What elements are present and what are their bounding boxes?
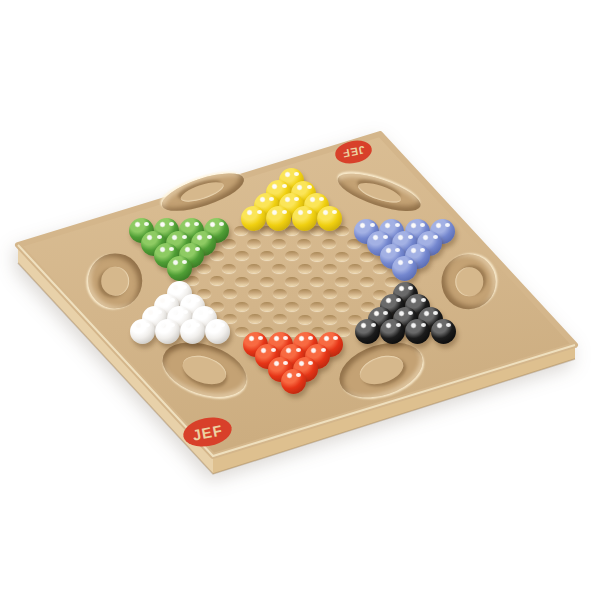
marble-highlight bbox=[408, 260, 413, 264]
marble-green[interactable] bbox=[167, 256, 192, 281]
marble-highlight bbox=[420, 223, 425, 227]
board-hole[interactable] bbox=[335, 277, 349, 286]
marble-highlight bbox=[408, 311, 413, 315]
marble-highlight bbox=[420, 248, 425, 252]
board-hole[interactable] bbox=[335, 252, 349, 261]
marble-black[interactable] bbox=[431, 319, 456, 344]
wooden-board bbox=[0, 0, 600, 600]
marble-highlight bbox=[433, 235, 438, 239]
marble-highlight bbox=[144, 222, 149, 226]
board-hole[interactable] bbox=[285, 277, 299, 286]
marble-highlight bbox=[396, 298, 401, 302]
marble-highlight bbox=[294, 197, 299, 201]
marble-highlight bbox=[396, 323, 401, 327]
marble-highlight bbox=[219, 222, 224, 226]
marble-highlight bbox=[282, 210, 287, 214]
marble-highlight bbox=[446, 323, 451, 327]
marble-highlight bbox=[408, 235, 413, 239]
marble-highlight bbox=[169, 247, 174, 251]
marble-highlight bbox=[383, 235, 388, 239]
marble-white[interactable] bbox=[155, 319, 180, 344]
brand-logo-text: JEF bbox=[191, 421, 224, 444]
marble-highlight bbox=[395, 223, 400, 227]
board-hole[interactable] bbox=[298, 264, 312, 273]
marble-highlight bbox=[157, 235, 162, 239]
marble-highlight bbox=[208, 310, 213, 314]
marble-yellow[interactable] bbox=[317, 206, 342, 231]
marble-yellow[interactable] bbox=[266, 206, 291, 231]
marble-highlight bbox=[258, 336, 263, 340]
marble-highlight bbox=[371, 323, 376, 327]
marble-highlight bbox=[433, 311, 438, 315]
marble-highlight bbox=[195, 323, 200, 327]
board-hole[interactable] bbox=[223, 289, 237, 298]
marble-highlight bbox=[321, 348, 326, 352]
marble-highlight bbox=[307, 210, 312, 214]
marble-white[interactable] bbox=[130, 319, 155, 344]
board-hole[interactable] bbox=[310, 252, 324, 261]
marble-highlight bbox=[395, 248, 400, 252]
marble-highlight bbox=[296, 348, 301, 352]
marble-highlight bbox=[383, 311, 388, 315]
board-hole[interactable] bbox=[298, 315, 312, 324]
marble-highlight bbox=[145, 323, 150, 327]
marble-highlight bbox=[282, 184, 287, 188]
marble-highlight bbox=[257, 210, 262, 214]
marble-highlight bbox=[308, 361, 313, 365]
brand-logo-text: JEF bbox=[341, 144, 366, 160]
marble-highlight bbox=[194, 222, 199, 226]
marble-highlight bbox=[319, 197, 324, 201]
marble-highlight bbox=[169, 222, 174, 226]
marble-highlight bbox=[307, 185, 312, 189]
marble-highlight bbox=[370, 223, 375, 227]
marble-highlight bbox=[283, 336, 288, 340]
board-hole[interactable] bbox=[260, 302, 274, 311]
marble-highlight bbox=[269, 197, 274, 201]
marble-highlight bbox=[333, 336, 338, 340]
marble-highlight bbox=[207, 235, 212, 239]
marble-highlight bbox=[421, 323, 426, 327]
marble-red[interactable] bbox=[281, 369, 306, 394]
marble-yellow[interactable] bbox=[241, 206, 266, 231]
board-hole[interactable] bbox=[323, 264, 337, 273]
board-hole[interactable] bbox=[235, 302, 249, 311]
marble-highlight bbox=[183, 310, 188, 314]
board-hole[interactable] bbox=[348, 264, 362, 273]
board-hole[interactable] bbox=[323, 315, 337, 324]
marble-highlight bbox=[408, 286, 413, 290]
marble-highlight bbox=[294, 172, 299, 176]
board-hole[interactable] bbox=[235, 277, 249, 286]
marble-highlight bbox=[308, 336, 313, 340]
marble-highlight bbox=[195, 247, 200, 251]
board-hole[interactable] bbox=[273, 289, 287, 298]
marble-tray-island bbox=[101, 266, 129, 295]
marble-highlight bbox=[283, 361, 288, 365]
board-hole[interactable] bbox=[310, 277, 324, 286]
marble-highlight bbox=[220, 323, 225, 327]
marble-highlight bbox=[271, 348, 276, 352]
marble-highlight bbox=[182, 260, 187, 264]
marble-highlight bbox=[182, 235, 187, 239]
marble-white[interactable] bbox=[180, 319, 205, 344]
marble-highlight bbox=[195, 298, 200, 302]
board-hole[interactable] bbox=[248, 289, 262, 298]
product-photo-chinese-checkers: JEF JEF bbox=[0, 0, 600, 600]
marble-white[interactable] bbox=[205, 319, 230, 344]
marble-yellow[interactable] bbox=[292, 206, 317, 231]
marble-highlight bbox=[421, 298, 426, 302]
marble-highlight bbox=[296, 373, 301, 377]
marble-highlight bbox=[157, 310, 162, 314]
marble-highlight bbox=[332, 210, 337, 214]
marble-highlight bbox=[170, 323, 175, 327]
marble-highlight bbox=[445, 223, 450, 227]
marble-highlight bbox=[182, 285, 187, 289]
marble-tray-island bbox=[455, 267, 483, 296]
board-hole[interactable] bbox=[260, 277, 274, 286]
marble-highlight bbox=[170, 298, 175, 302]
board-hole[interactable] bbox=[272, 239, 286, 248]
board-hole[interactable] bbox=[247, 239, 261, 248]
